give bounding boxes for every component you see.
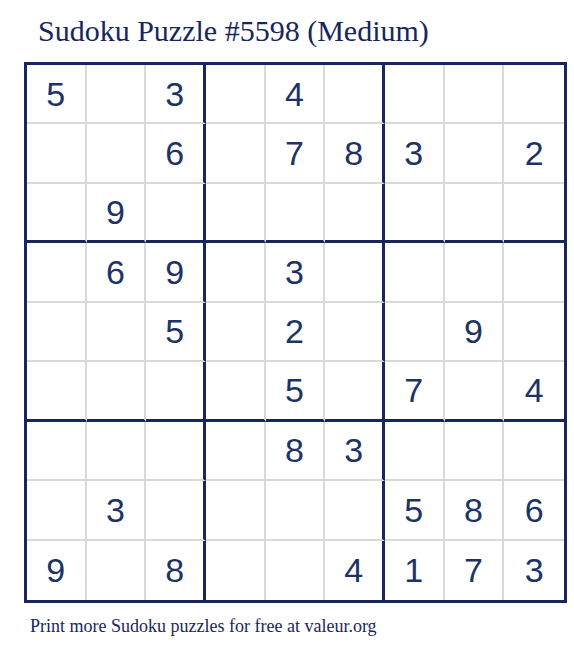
sudoku-cell-r4c3[interactable]: 9 <box>146 243 206 302</box>
sudoku-cell-r2c8[interactable] <box>445 124 505 183</box>
given-digit: 5 <box>46 77 65 111</box>
sudoku-cell-r1c6[interactable] <box>325 65 385 124</box>
sudoku-cell-r5c7[interactable] <box>385 303 445 362</box>
sudoku-cell-r8c8[interactable]: 8 <box>445 481 505 540</box>
sudoku-cell-r6c3[interactable] <box>146 362 206 421</box>
sudoku-cell-r2c7[interactable]: 3 <box>385 124 445 183</box>
sudoku-cell-r6c2[interactable] <box>87 362 147 421</box>
given-digit: 7 <box>285 136 304 170</box>
sudoku-cell-r9c1[interactable]: 9 <box>27 541 87 600</box>
sudoku-cell-r7c3[interactable] <box>146 422 206 481</box>
sudoku-cell-r1c3[interactable]: 3 <box>146 65 206 124</box>
sudoku-cell-r7c7[interactable] <box>385 422 445 481</box>
given-digit: 8 <box>285 433 304 467</box>
sudoku-cell-r6c4[interactable] <box>206 362 266 421</box>
sudoku-cell-r3c1[interactable] <box>27 184 87 243</box>
given-digit: 9 <box>165 255 184 289</box>
sudoku-cell-r1c2[interactable] <box>87 65 147 124</box>
given-digit: 8 <box>464 493 483 527</box>
sudoku-cell-r4c4[interactable] <box>206 243 266 302</box>
sudoku-cell-r7c6[interactable]: 3 <box>325 422 385 481</box>
sudoku-cell-r6c9[interactable]: 4 <box>504 362 564 421</box>
given-digit: 3 <box>285 255 304 289</box>
sudoku-page: Sudoku Puzzle #5598 (Medium) 53467832969… <box>0 0 574 651</box>
given-digit: 9 <box>46 553 65 587</box>
given-digit: 6 <box>525 493 544 527</box>
sudoku-cell-r2c2[interactable] <box>87 124 147 183</box>
sudoku-cell-r6c8[interactable] <box>445 362 505 421</box>
sudoku-cell-r1c8[interactable] <box>445 65 505 124</box>
given-digit: 4 <box>285 77 304 111</box>
sudoku-cell-r7c1[interactable] <box>27 422 87 481</box>
sudoku-cell-r2c4[interactable] <box>206 124 266 183</box>
sudoku-cell-r9c5[interactable] <box>266 541 326 600</box>
sudoku-cell-r9c6[interactable]: 4 <box>325 541 385 600</box>
sudoku-cell-r8c6[interactable] <box>325 481 385 540</box>
sudoku-cell-r5c9[interactable] <box>504 303 564 362</box>
sudoku-cell-r7c4[interactable] <box>206 422 266 481</box>
sudoku-cell-r4c1[interactable] <box>27 243 87 302</box>
given-digit: 2 <box>285 314 304 348</box>
sudoku-cell-r3c9[interactable] <box>504 184 564 243</box>
sudoku-cell-r6c5[interactable]: 5 <box>266 362 326 421</box>
sudoku-cell-r3c2[interactable]: 9 <box>87 184 147 243</box>
sudoku-cell-r4c5[interactable]: 3 <box>266 243 326 302</box>
given-digit: 3 <box>525 553 544 587</box>
sudoku-cell-r6c7[interactable]: 7 <box>385 362 445 421</box>
sudoku-cell-r2c3[interactable]: 6 <box>146 124 206 183</box>
sudoku-cell-r8c5[interactable] <box>266 481 326 540</box>
given-digit: 5 <box>165 314 184 348</box>
sudoku-cell-r5c2[interactable] <box>87 303 147 362</box>
sudoku-cell-r7c9[interactable] <box>504 422 564 481</box>
sudoku-cell-r3c4[interactable] <box>206 184 266 243</box>
sudoku-cell-r9c7[interactable]: 1 <box>385 541 445 600</box>
sudoku-cell-r1c4[interactable] <box>206 65 266 124</box>
footer-text: Print more Sudoku puzzles for free at va… <box>30 616 377 637</box>
given-digit: 4 <box>525 373 544 407</box>
sudoku-cell-r9c3[interactable]: 8 <box>146 541 206 600</box>
given-digit: 6 <box>106 255 125 289</box>
given-digit: 1 <box>404 553 423 587</box>
sudoku-cell-r8c4[interactable] <box>206 481 266 540</box>
given-digit: 3 <box>106 493 125 527</box>
sudoku-cell-r5c5[interactable]: 2 <box>266 303 326 362</box>
given-digit: 3 <box>404 136 423 170</box>
sudoku-board: 534678329693529574833586984173 <box>24 62 567 603</box>
sudoku-cell-r2c5[interactable]: 7 <box>266 124 326 183</box>
sudoku-cell-r3c6[interactable] <box>325 184 385 243</box>
given-digit: 5 <box>285 373 304 407</box>
sudoku-cell-r8c1[interactable] <box>27 481 87 540</box>
sudoku-cell-r1c1[interactable]: 5 <box>27 65 87 124</box>
sudoku-cell-r8c2[interactable]: 3 <box>87 481 147 540</box>
sudoku-cell-r4c2[interactable]: 6 <box>87 243 147 302</box>
sudoku-cell-r2c1[interactable] <box>27 124 87 183</box>
given-digit: 9 <box>106 195 125 229</box>
given-digit: 6 <box>165 136 184 170</box>
sudoku-cell-r5c6[interactable] <box>325 303 385 362</box>
given-digit: 9 <box>464 314 483 348</box>
sudoku-cell-r6c6[interactable] <box>325 362 385 421</box>
sudoku-cell-r5c3[interactable]: 5 <box>146 303 206 362</box>
sudoku-cell-r1c9[interactable] <box>504 65 564 124</box>
sudoku-cell-r9c2[interactable] <box>87 541 147 600</box>
sudoku-cell-r9c4[interactable] <box>206 541 266 600</box>
sudoku-cell-r8c3[interactable] <box>146 481 206 540</box>
sudoku-cell-r2c6[interactable]: 8 <box>325 124 385 183</box>
sudoku-cell-r5c8[interactable]: 9 <box>445 303 505 362</box>
sudoku-cell-r7c5[interactable]: 8 <box>266 422 326 481</box>
sudoku-cell-r2c9[interactable]: 2 <box>504 124 564 183</box>
given-digit: 5 <box>404 493 423 527</box>
sudoku-cell-r5c4[interactable] <box>206 303 266 362</box>
sudoku-cell-r7c2[interactable] <box>87 422 147 481</box>
given-digit: 3 <box>165 77 184 111</box>
sudoku-cell-r3c3[interactable] <box>146 184 206 243</box>
given-digit: 8 <box>165 553 184 587</box>
sudoku-cell-r3c5[interactable] <box>266 184 326 243</box>
sudoku-cell-r4c9[interactable] <box>504 243 564 302</box>
sudoku-cell-r3c8[interactable] <box>445 184 505 243</box>
sudoku-cell-r7c8[interactable] <box>445 422 505 481</box>
sudoku-cell-r9c8[interactable]: 7 <box>445 541 505 600</box>
sudoku-cell-r9c9[interactable]: 3 <box>504 541 564 600</box>
sudoku-cell-r1c7[interactable] <box>385 65 445 124</box>
sudoku-cell-r3c7[interactable] <box>385 184 445 243</box>
given-digit: 8 <box>344 136 363 170</box>
page-title: Sudoku Puzzle #5598 (Medium) <box>38 14 429 48</box>
sudoku-cell-r4c7[interactable] <box>385 243 445 302</box>
given-digit: 4 <box>344 553 363 587</box>
given-digit: 7 <box>404 373 423 407</box>
given-digit: 2 <box>525 136 544 170</box>
given-digit: 3 <box>344 433 363 467</box>
sudoku-cell-r8c7[interactable]: 5 <box>385 481 445 540</box>
sudoku-cell-r5c1[interactable] <box>27 303 87 362</box>
sudoku-cell-r1c5[interactable]: 4 <box>266 65 326 124</box>
sudoku-cell-r4c8[interactable] <box>445 243 505 302</box>
sudoku-cell-r4c6[interactable] <box>325 243 385 302</box>
sudoku-cell-r6c1[interactable] <box>27 362 87 421</box>
sudoku-cell-r8c9[interactable]: 6 <box>504 481 564 540</box>
given-digit: 7 <box>464 553 483 587</box>
